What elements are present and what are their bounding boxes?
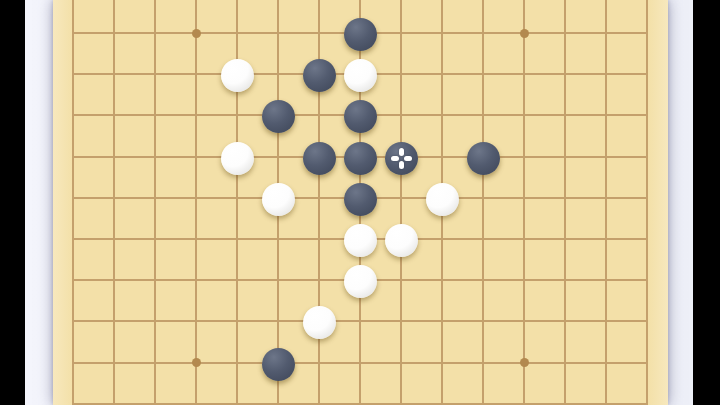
stone-black	[303, 142, 336, 175]
stone-white	[221, 59, 254, 92]
grid-line-vertical	[564, 0, 566, 405]
crosshair-arm	[404, 156, 412, 161]
star-point	[192, 358, 201, 367]
grid-line-vertical	[113, 0, 115, 405]
stone-white	[221, 142, 254, 175]
crosshair-arm	[391, 156, 399, 161]
stone-black	[344, 100, 377, 133]
stone-white	[385, 224, 418, 257]
crosshair-arm	[399, 161, 404, 169]
grid-line-horizontal	[72, 403, 648, 405]
grid-line-vertical	[400, 0, 402, 405]
grid-line-vertical	[72, 0, 74, 405]
grid-line-vertical	[646, 0, 648, 405]
stone-white	[344, 59, 377, 92]
star-point	[520, 29, 529, 38]
stone-white	[344, 224, 377, 257]
stone-white	[344, 265, 377, 298]
stone-black	[344, 18, 377, 51]
grid-line-vertical	[195, 0, 197, 405]
grid-line-vertical	[605, 0, 607, 405]
star-point	[192, 29, 201, 38]
stone-white	[262, 183, 295, 216]
stone-white	[426, 183, 459, 216]
gomoku-board[interactable]	[53, 0, 668, 405]
grid-line-vertical	[154, 0, 156, 405]
stone-white	[303, 306, 336, 339]
stone-black	[467, 142, 500, 175]
screen	[0, 0, 720, 405]
app-background	[25, 0, 693, 405]
grid-line-vertical	[482, 0, 484, 405]
grid-line-horizontal	[72, 362, 648, 364]
stone-black	[344, 183, 377, 216]
grid-line-horizontal	[72, 320, 648, 322]
stone-black	[303, 59, 336, 92]
crosshair-arm	[399, 148, 404, 156]
grid-line-vertical	[523, 0, 525, 405]
stone-black	[344, 142, 377, 175]
star-point	[520, 358, 529, 367]
stone-black	[262, 348, 295, 381]
stone-black	[262, 100, 295, 133]
crosshair-cursor	[391, 148, 412, 169]
